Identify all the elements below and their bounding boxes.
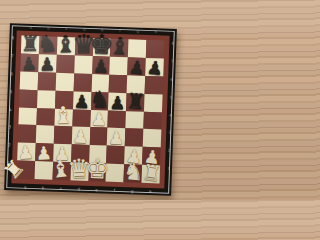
white-bishop-c4[interactable]: ♝	[52, 104, 73, 127]
square-f5[interactable]: ♟	[108, 92, 126, 110]
square-h5[interactable]	[144, 94, 162, 112]
coord-label: 4	[167, 112, 173, 130]
table-photo: { "game": "chess", "position": "rnbqkb2/…	[0, 0, 200, 200]
white-pawn-d3[interactable]: ♟	[72, 128, 89, 147]
square-f8[interactable]: ♝	[110, 39, 128, 57]
black-pawn-a7[interactable]: ♟	[20, 54, 37, 73]
black-pawn-d5[interactable]: ♟	[73, 92, 90, 111]
coord-label: h	[141, 189, 159, 195]
coord-label: 4	[7, 107, 13, 125]
coord-label: 8	[10, 35, 16, 53]
coord-label: b	[34, 185, 52, 191]
black-pawn-f5[interactable]: ♟	[109, 93, 126, 112]
square-f3[interactable]: ♟	[107, 128, 125, 146]
square-h1[interactable]: ♜	[142, 165, 160, 183]
coord-label: g	[123, 188, 141, 194]
square-c4[interactable]: ♝	[54, 108, 72, 126]
square-a5[interactable]	[19, 89, 37, 107]
square-d3[interactable]: ♟	[71, 127, 89, 145]
coord-label: a	[22, 25, 40, 31]
coord-label: 7	[169, 59, 175, 77]
coord-label: d	[70, 186, 88, 192]
square-a1[interactable]: ♜	[17, 161, 35, 179]
square-e3[interactable]	[89, 127, 107, 145]
white-king-e1[interactable]: ♚	[85, 155, 110, 183]
square-g1[interactable]: ♞	[124, 164, 142, 182]
coord-label: 8	[170, 41, 176, 59]
coord-label: 2	[166, 148, 172, 166]
square-f6[interactable]	[109, 74, 127, 92]
square-c6[interactable]	[55, 73, 73, 91]
square-g7[interactable]: ♟	[127, 57, 145, 75]
square-e1[interactable]: ♚	[88, 163, 106, 181]
board-grid: ♜♞♝♛♚♝♟♟♟♟♟♟♞♟♜♝♟♟♟♟♟♟♟♟♜♝♛♚♞♜	[17, 36, 165, 184]
square-e7[interactable]: ♟	[92, 56, 110, 74]
coord-label: 3	[167, 130, 173, 148]
coord-label: 7	[9, 53, 15, 71]
coord-label: h	[147, 29, 165, 35]
square-b6[interactable]	[38, 72, 56, 90]
chess-board: abcdefgh abcdefgh 87654321 87654321 ♜♞♝♛…	[4, 23, 177, 196]
coord-label: 6	[9, 71, 15, 89]
coord-label: 5	[168, 94, 174, 112]
white-rook-h1[interactable]: ♜	[141, 162, 163, 185]
square-h4[interactable]	[143, 111, 161, 129]
white-pawn-e4[interactable]: ♟	[91, 110, 108, 129]
square-h7[interactable]: ♟	[145, 58, 163, 76]
white-pawn-a2[interactable]: ♟	[17, 143, 34, 162]
black-rook-g5[interactable]: ♜	[126, 90, 147, 113]
square-g8[interactable]	[128, 39, 146, 57]
black-pawn-g7[interactable]: ♟	[128, 58, 146, 77]
coord-label: 1	[165, 166, 171, 184]
square-b7[interactable]: ♟	[38, 54, 56, 72]
white-pawn-f3[interactable]: ♟	[108, 129, 125, 148]
coord-label: f	[105, 188, 123, 194]
coord-label: 3	[7, 124, 13, 142]
black-pawn-h7[interactable]: ♟	[146, 58, 164, 78]
coord-label: a	[16, 184, 34, 190]
square-g5[interactable]: ♜	[126, 93, 144, 111]
square-a4[interactable]	[18, 107, 36, 125]
square-c3[interactable]	[54, 126, 72, 144]
square-a7[interactable]: ♟	[20, 53, 38, 71]
square-a3[interactable]	[18, 125, 36, 143]
black-pawn-b7[interactable]: ♟	[39, 55, 55, 73]
coord-label: c	[52, 186, 70, 192]
black-pawn-e7[interactable]: ♟	[93, 57, 110, 76]
coord-label: 5	[8, 89, 14, 107]
square-d4[interactable]	[72, 109, 90, 127]
square-f4[interactable]	[108, 110, 126, 128]
coord-label: 6	[169, 76, 175, 94]
square-e5[interactable]: ♞	[91, 92, 109, 110]
coord-label: e	[88, 187, 106, 193]
black-bishop-f8[interactable]: ♝	[109, 34, 132, 59]
coord-label: g	[129, 28, 147, 34]
square-e4[interactable]: ♟	[90, 110, 108, 128]
square-a2[interactable]: ♟	[17, 143, 35, 161]
